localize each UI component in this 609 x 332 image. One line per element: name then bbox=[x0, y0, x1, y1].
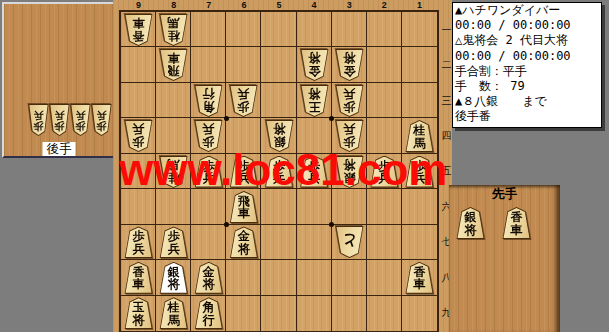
info-line-7: ▲８八銀 まで bbox=[453, 94, 601, 109]
piece-金将-gote[interactable]: 金将 bbox=[300, 49, 329, 81]
piece-王将-gote[interactable]: 王将 bbox=[300, 85, 329, 117]
game-info-panel: ▲ハチワンダイバー00:00 / 00:00:00△鬼将会 2 代目大将00:0… bbox=[452, 2, 602, 128]
square-28[interactable] bbox=[367, 260, 402, 295]
square-68[interactable] bbox=[226, 260, 261, 295]
piece-角行-gote[interactable]: 角行 bbox=[194, 85, 223, 117]
piece-歩兵-gote[interactable]: 歩兵 bbox=[335, 85, 364, 117]
piece-歩兵-sente[interactable]: 歩兵 bbox=[124, 226, 153, 258]
piece-歩兵-gote[interactable]: 歩兵 bbox=[91, 104, 112, 136]
piece-飛車-gote[interactable]: 飛車 bbox=[159, 49, 188, 81]
piece-桂馬-gote[interactable]: 桂馬 bbox=[159, 14, 188, 46]
square-13[interactable] bbox=[402, 83, 437, 118]
piece-歩兵-sente[interactable]: 歩兵 bbox=[159, 226, 188, 258]
file-label-7: 7 bbox=[191, 0, 226, 10]
gote-hand-tray: 歩兵歩兵歩兵歩兵 後手 bbox=[2, 2, 116, 158]
piece-金将-sente[interactable]: 金将 bbox=[229, 226, 258, 258]
info-line-4: 00:00 / 00:00:00 bbox=[453, 49, 601, 64]
piece-歩兵-gote[interactable]: 歩兵 bbox=[49, 104, 70, 136]
square-71[interactable] bbox=[191, 12, 226, 47]
square-47[interactable] bbox=[297, 225, 332, 260]
square-48[interactable] bbox=[297, 260, 332, 295]
piece-角行-sente[interactable]: 角行 bbox=[194, 297, 223, 329]
file-label-4: 4 bbox=[297, 0, 332, 10]
piece-金将-sente[interactable]: 金将 bbox=[194, 262, 223, 294]
square-57[interactable] bbox=[261, 225, 296, 260]
square-22[interactable] bbox=[367, 47, 402, 82]
watermark-text: www.loc81.com bbox=[119, 145, 447, 195]
square-77[interactable] bbox=[191, 225, 226, 260]
piece-桂馬-sente[interactable]: 桂馬 bbox=[159, 297, 188, 329]
info-line-5: 手合割：平手 bbox=[453, 64, 601, 79]
piece-香車-sente[interactable]: 香車 bbox=[405, 262, 434, 294]
star-point bbox=[224, 222, 229, 227]
piece-香車-sente[interactable]: 香車 bbox=[502, 207, 531, 239]
square-39[interactable] bbox=[332, 296, 367, 331]
square-92[interactable] bbox=[121, 47, 156, 82]
square-58[interactable] bbox=[261, 260, 296, 295]
square-72[interactable] bbox=[191, 47, 226, 82]
info-line-1: ▲ハチワンダイバー bbox=[453, 3, 601, 18]
sente-hand-tray: 先手 銀将香車 bbox=[449, 185, 560, 332]
square-27[interactable] bbox=[367, 225, 402, 260]
info-line-3: △鬼将会 2 代目大将 bbox=[453, 33, 601, 48]
file-label-1: 1 bbox=[402, 0, 437, 10]
square-41[interactable] bbox=[297, 12, 332, 47]
file-labels: 987654321 bbox=[121, 0, 437, 10]
square-49[interactable] bbox=[297, 296, 332, 331]
piece-香車-gote[interactable]: 香車 bbox=[124, 14, 153, 46]
piece-飛車-sente[interactable]: 飛車 bbox=[229, 191, 258, 223]
square-83[interactable] bbox=[156, 83, 191, 118]
square-31[interactable] bbox=[332, 12, 367, 47]
info-line-6: 手 数： 79 bbox=[453, 79, 601, 94]
piece-歩兵-gote[interactable]: 歩兵 bbox=[70, 104, 91, 136]
square-61[interactable] bbox=[226, 12, 261, 47]
file-label-9: 9 bbox=[121, 0, 156, 10]
square-17[interactable] bbox=[402, 225, 437, 260]
square-38[interactable] bbox=[332, 260, 367, 295]
square-52[interactable] bbox=[261, 47, 296, 82]
square-21[interactable] bbox=[367, 12, 402, 47]
square-53[interactable] bbox=[261, 83, 296, 118]
file-label-2: 2 bbox=[367, 0, 402, 10]
piece-銀将-sente[interactable]: 銀将 bbox=[456, 207, 485, 239]
piece-香車-sente[interactable]: 香車 bbox=[124, 262, 153, 294]
info-line-2: 00:00 / 00:00:00 bbox=[453, 18, 601, 33]
piece-金将-gote[interactable]: 金将 bbox=[335, 49, 364, 81]
gote-label: 後手 bbox=[43, 142, 76, 156]
sente-label: 先手 bbox=[492, 187, 517, 201]
square-11[interactable] bbox=[402, 12, 437, 47]
file-label-5: 5 bbox=[261, 0, 296, 10]
piece-歩兵-gote[interactable]: 歩兵 bbox=[229, 85, 258, 117]
square-62[interactable] bbox=[226, 47, 261, 82]
piece-歩兵-gote[interactable]: 歩兵 bbox=[28, 104, 49, 136]
square-12[interactable] bbox=[402, 47, 437, 82]
shogi-app: 歩兵歩兵歩兵歩兵 後手 987654321 一二三四五六七八九 香車桂馬飛車金将… bbox=[0, 0, 609, 332]
square-93[interactable] bbox=[121, 83, 156, 118]
square-69[interactable] bbox=[226, 296, 261, 331]
piece-玉将-sente[interactable]: 玉将 bbox=[124, 297, 153, 329]
square-19[interactable] bbox=[402, 296, 437, 331]
square-51[interactable] bbox=[261, 12, 296, 47]
file-label-8: 8 bbox=[156, 0, 191, 10]
file-label-6: 6 bbox=[226, 0, 261, 10]
square-23[interactable] bbox=[367, 83, 402, 118]
file-label-3: 3 bbox=[332, 0, 367, 10]
info-line-8: 後手番 bbox=[453, 109, 601, 124]
square-29[interactable] bbox=[367, 296, 402, 331]
piece-と-gote[interactable]: と bbox=[335, 226, 364, 258]
square-59[interactable] bbox=[261, 296, 296, 331]
star-point bbox=[329, 116, 334, 121]
piece-銀将-sente[interactable]: 銀将 bbox=[159, 262, 188, 294]
